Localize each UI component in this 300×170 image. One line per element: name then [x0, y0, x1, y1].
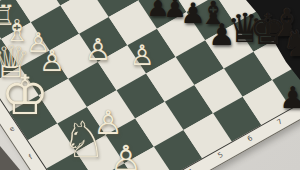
rank-label-6: 6 [247, 135, 255, 143]
file-label-left-f: f [28, 154, 34, 161]
rank-label-7: 7 [276, 118, 284, 126]
rank-label-4: 4 [187, 168, 195, 170]
black-pawn[interactable]: ♟ [280, 83, 300, 113]
rank-label-5: 5 [217, 152, 225, 160]
white-king[interactable]: ♔ [1, 69, 49, 123]
white-pawn[interactable]: ♙ [110, 141, 142, 170]
white-knight[interactable]: ♘ [62, 115, 107, 165]
black-knight[interactable]: ♞ [282, 26, 300, 62]
white-pawn[interactable]: ♙ [85, 35, 112, 65]
chessboard-photo-scene: 1aa2bb3cc4dd5ee6ff7gg8hh ♟♟♟♝♟♛♚♝♞♟♖♗♙♙♕… [0, 0, 300, 170]
white-pawn[interactable]: ♙ [129, 42, 154, 70]
